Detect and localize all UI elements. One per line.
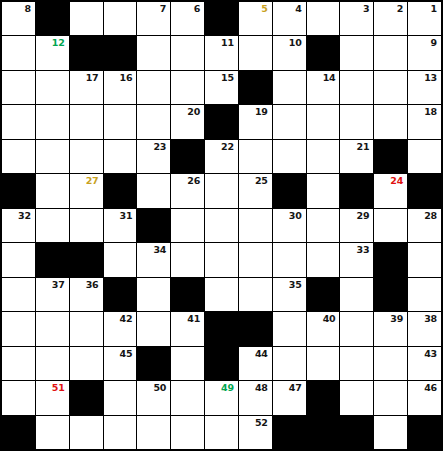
clue-number-43: 43	[424, 348, 437, 359]
block-cell-r8c2	[36, 243, 69, 276]
cell-r11c9[interactable]	[273, 347, 306, 380]
cell-r4c4[interactable]	[104, 105, 137, 138]
cell-r11c10[interactable]	[307, 347, 340, 380]
cell-r10c10[interactable]: 40	[307, 312, 340, 345]
block-cell-r10c8	[239, 312, 272, 345]
block-cell-r2c4	[104, 36, 137, 69]
cell-r8c6[interactable]	[171, 243, 204, 276]
clue-number-47: 47	[289, 382, 302, 393]
cell-r6c7[interactable]	[205, 174, 238, 207]
cell-r7c8[interactable]	[239, 209, 272, 242]
cell-r13c8[interactable]: 52	[239, 416, 272, 449]
cell-r6c2[interactable]	[36, 174, 69, 207]
cell-r7c11[interactable]: 29	[340, 209, 373, 242]
cell-r4c6[interactable]: 20	[171, 105, 204, 138]
cell-r4c12[interactable]	[374, 105, 407, 138]
cell-r13c4[interactable]	[104, 416, 137, 449]
cell-r3c13[interactable]: 13	[408, 71, 441, 104]
cell-r1c12[interactable]: 2	[374, 2, 407, 35]
cell-r10c5[interactable]	[137, 312, 170, 345]
cell-r10c13[interactable]: 38	[408, 312, 441, 345]
clue-number-1: 1	[431, 3, 437, 14]
cell-r5c7[interactable]: 22	[205, 140, 238, 173]
block-cell-r7c5	[137, 209, 170, 242]
block-cell-r1c7	[205, 2, 238, 35]
cell-r5c3[interactable]	[70, 140, 103, 173]
cell-r5c5[interactable]: 23	[137, 140, 170, 173]
clue-number-44: 44	[255, 348, 268, 359]
block-cell-r6c1	[2, 174, 35, 207]
cell-r10c2[interactable]	[36, 312, 69, 345]
clue-number-13: 13	[424, 72, 437, 83]
cell-r9c11[interactable]	[340, 278, 373, 311]
cell-r1c13[interactable]: 1	[408, 2, 441, 35]
cell-r6c8[interactable]: 25	[239, 174, 272, 207]
cell-r12c11[interactable]	[340, 381, 373, 414]
clue-number-37: 37	[52, 279, 65, 290]
clue-number-18: 18	[424, 106, 437, 117]
cell-r4c13[interactable]: 18	[408, 105, 441, 138]
cell-r7c1[interactable]: 32	[2, 209, 35, 242]
cell-r12c5[interactable]: 50	[137, 381, 170, 414]
block-cell-r3c8	[239, 71, 272, 104]
cell-r11c11[interactable]	[340, 347, 373, 380]
cell-r1c8[interactable]: 5	[239, 2, 272, 35]
cell-r8c8[interactable]	[239, 243, 272, 276]
cell-r13c3[interactable]	[70, 416, 103, 449]
cell-r4c8[interactable]: 19	[239, 105, 272, 138]
cell-r2c12[interactable]	[374, 36, 407, 69]
cell-r3c12[interactable]	[374, 71, 407, 104]
cell-r9c13[interactable]	[408, 278, 441, 311]
clue-number-12: 12	[52, 37, 65, 48]
cell-r1c1[interactable]: 8	[2, 2, 35, 35]
clue-number-52: 52	[255, 417, 268, 428]
block-cell-r12c10	[307, 381, 340, 414]
clue-number-24: 24	[390, 175, 403, 186]
clue-number-45: 45	[120, 348, 133, 359]
clue-number-2: 2	[397, 3, 403, 14]
block-cell-r6c11	[340, 174, 373, 207]
crossword-grid: 8765432112111091716151413201918232221272…	[0, 0, 443, 451]
cell-r11c1[interactable]	[2, 347, 35, 380]
cell-r9c2[interactable]: 37	[36, 278, 69, 311]
cell-r2c5[interactable]	[137, 36, 170, 69]
cell-r11c12[interactable]	[374, 347, 407, 380]
clue-number-27: 27	[86, 175, 99, 186]
block-cell-r4c7	[205, 105, 238, 138]
cell-r5c9[interactable]	[273, 140, 306, 173]
cell-r11c13[interactable]: 43	[408, 347, 441, 380]
cell-r2c6[interactable]	[171, 36, 204, 69]
cell-r7c2[interactable]	[36, 209, 69, 242]
cell-r7c13[interactable]: 28	[408, 209, 441, 242]
cell-r12c13[interactable]: 46	[408, 381, 441, 414]
block-cell-r13c1	[2, 416, 35, 449]
clue-number-25: 25	[255, 175, 268, 186]
clue-number-38: 38	[424, 313, 437, 324]
cell-r3c2[interactable]	[36, 71, 69, 104]
block-cell-r6c13	[408, 174, 441, 207]
clue-number-41: 41	[187, 313, 200, 324]
cell-r1c4[interactable]	[104, 2, 137, 35]
block-cell-r8c3	[70, 243, 103, 276]
clue-number-28: 28	[424, 210, 437, 221]
clue-number-20: 20	[187, 106, 200, 117]
cell-r2c9[interactable]: 10	[273, 36, 306, 69]
cell-r7c10[interactable]	[307, 209, 340, 242]
cell-r4c1[interactable]	[2, 105, 35, 138]
cell-r8c11[interactable]: 33	[340, 243, 373, 276]
block-cell-r13c9	[273, 416, 306, 449]
block-cell-r1c2	[36, 2, 69, 35]
cell-r4c9[interactable]	[273, 105, 306, 138]
clue-number-22: 22	[221, 141, 234, 152]
clue-number-5: 5	[261, 3, 267, 14]
clue-number-46: 46	[424, 382, 437, 393]
cell-r11c2[interactable]	[36, 347, 69, 380]
cell-r11c4[interactable]: 45	[104, 347, 137, 380]
cell-r5c1[interactable]	[2, 140, 35, 173]
cell-r5c8[interactable]	[239, 140, 272, 173]
cell-r1c11[interactable]: 3	[340, 2, 373, 35]
clue-number-34: 34	[153, 244, 166, 255]
cell-r3c1[interactable]	[2, 71, 35, 104]
cell-r8c1[interactable]	[2, 243, 35, 276]
cell-r4c5[interactable]	[137, 105, 170, 138]
clue-number-29: 29	[356, 210, 369, 221]
block-cell-r9c4	[104, 278, 137, 311]
cell-r1c6[interactable]: 6	[171, 2, 204, 35]
clue-number-15: 15	[221, 72, 234, 83]
cell-r3c3[interactable]: 17	[70, 71, 103, 104]
block-cell-r8c12	[374, 243, 407, 276]
clue-number-17: 17	[86, 72, 99, 83]
cell-r2c11[interactable]	[340, 36, 373, 69]
cell-r10c4[interactable]: 42	[104, 312, 137, 345]
cell-r8c4[interactable]	[104, 243, 137, 276]
cell-r2c13[interactable]: 9	[408, 36, 441, 69]
clue-number-33: 33	[356, 244, 369, 255]
cell-r12c6[interactable]	[171, 381, 204, 414]
clue-number-7: 7	[160, 3, 166, 14]
clue-number-39: 39	[390, 313, 403, 324]
cell-r10c1[interactable]	[2, 312, 35, 345]
cell-r8c7[interactable]	[205, 243, 238, 276]
cell-r7c6[interactable]	[171, 209, 204, 242]
block-cell-r5c12	[374, 140, 407, 173]
clue-number-9: 9	[431, 37, 437, 48]
cell-r1c9[interactable]: 4	[273, 2, 306, 35]
block-cell-r10c7	[205, 312, 238, 345]
block-cell-r2c10	[307, 36, 340, 69]
cell-r4c10[interactable]	[307, 105, 340, 138]
cell-r8c9[interactable]	[273, 243, 306, 276]
cell-r12c4[interactable]	[104, 381, 137, 414]
cell-r6c3[interactable]: 27	[70, 174, 103, 207]
cell-r9c1[interactable]	[2, 278, 35, 311]
cell-r8c5[interactable]: 34	[137, 243, 170, 276]
cell-r7c4[interactable]: 31	[104, 209, 137, 242]
cell-r1c10[interactable]	[307, 2, 340, 35]
cell-r7c7[interactable]	[205, 209, 238, 242]
cell-r3c5[interactable]	[137, 71, 170, 104]
clue-number-3: 3	[363, 3, 369, 14]
cell-r10c9[interactable]	[273, 312, 306, 345]
clue-number-11: 11	[221, 37, 234, 48]
clue-number-40: 40	[323, 313, 336, 324]
cell-r10c11[interactable]	[340, 312, 373, 345]
cell-r9c8[interactable]	[239, 278, 272, 311]
cell-r2c2[interactable]: 12	[36, 36, 69, 69]
cell-r5c2[interactable]	[36, 140, 69, 173]
cell-r12c12[interactable]	[374, 381, 407, 414]
cell-r3c6[interactable]	[171, 71, 204, 104]
cell-r3c7[interactable]: 15	[205, 71, 238, 104]
block-cell-r13c13	[408, 416, 441, 449]
block-cell-r13c11	[340, 416, 373, 449]
cell-r5c10[interactable]	[307, 140, 340, 173]
cell-r6c10[interactable]	[307, 174, 340, 207]
cell-r2c7[interactable]: 11	[205, 36, 238, 69]
clue-number-10: 10	[289, 37, 302, 48]
cell-r8c10[interactable]	[307, 243, 340, 276]
cell-r11c3[interactable]	[70, 347, 103, 380]
cell-r10c3[interactable]	[70, 312, 103, 345]
clue-number-31: 31	[120, 210, 133, 221]
block-cell-r6c4	[104, 174, 137, 207]
block-cell-r9c6	[171, 278, 204, 311]
clue-number-6: 6	[194, 3, 200, 14]
clue-number-42: 42	[120, 313, 133, 324]
clue-number-21: 21	[356, 141, 369, 152]
cell-r6c12[interactable]: 24	[374, 174, 407, 207]
cell-r12c7[interactable]: 49	[205, 381, 238, 414]
cell-r2c1[interactable]	[2, 36, 35, 69]
cell-r1c3[interactable]	[70, 2, 103, 35]
cell-r9c9[interactable]: 35	[273, 278, 306, 311]
cell-r5c11[interactable]: 21	[340, 140, 373, 173]
clue-number-51: 51	[52, 382, 65, 393]
cell-r13c6[interactable]	[171, 416, 204, 449]
clue-number-48: 48	[255, 382, 268, 393]
cell-r8c13[interactable]	[408, 243, 441, 276]
cell-r9c3[interactable]: 36	[70, 278, 103, 311]
clue-number-32: 32	[18, 210, 31, 221]
clue-number-4: 4	[295, 3, 301, 14]
block-cell-r9c12	[374, 278, 407, 311]
cell-r10c6[interactable]: 41	[171, 312, 204, 345]
cell-r13c5[interactable]	[137, 416, 170, 449]
cell-r4c3[interactable]	[70, 105, 103, 138]
cell-r4c2[interactable]	[36, 105, 69, 138]
cell-r13c12[interactable]	[374, 416, 407, 449]
cell-r7c3[interactable]	[70, 209, 103, 242]
cell-r5c13[interactable]	[408, 140, 441, 173]
block-cell-r2c3	[70, 36, 103, 69]
clue-number-35: 35	[289, 279, 302, 290]
cell-r3c9[interactable]	[273, 71, 306, 104]
block-cell-r11c5	[137, 347, 170, 380]
cell-r3c4[interactable]: 16	[104, 71, 137, 104]
block-cell-r6c9	[273, 174, 306, 207]
clue-number-8: 8	[24, 3, 30, 14]
cell-r3c10[interactable]: 14	[307, 71, 340, 104]
cell-r11c8[interactable]: 44	[239, 347, 272, 380]
cell-r11c6[interactable]	[171, 347, 204, 380]
cell-r13c2[interactable]	[36, 416, 69, 449]
cell-r9c5[interactable]	[137, 278, 170, 311]
clue-number-16: 16	[120, 72, 133, 83]
clue-number-49: 49	[221, 382, 234, 393]
block-cell-r12c3	[70, 381, 103, 414]
clue-number-14: 14	[323, 72, 336, 83]
clue-number-36: 36	[86, 279, 99, 290]
cell-r12c9[interactable]: 47	[273, 381, 306, 414]
cell-r9c7[interactable]	[205, 278, 238, 311]
block-cell-r13c10	[307, 416, 340, 449]
cell-r7c12[interactable]	[374, 209, 407, 242]
cell-r12c2[interactable]: 51	[36, 381, 69, 414]
cell-r4c11[interactable]	[340, 105, 373, 138]
cell-r3c11[interactable]	[340, 71, 373, 104]
clue-number-30: 30	[289, 210, 302, 221]
cell-r2c8[interactable]	[239, 36, 272, 69]
cell-r12c1[interactable]	[2, 381, 35, 414]
block-cell-r11c7	[205, 347, 238, 380]
clue-number-19: 19	[255, 106, 268, 117]
clue-number-26: 26	[187, 175, 200, 186]
cell-r1c5[interactable]: 7	[137, 2, 170, 35]
cell-r13c7[interactable]	[205, 416, 238, 449]
clue-number-23: 23	[153, 141, 166, 152]
block-cell-r5c6	[171, 140, 204, 173]
cell-r7c9[interactable]: 30	[273, 209, 306, 242]
cell-r6c6[interactable]: 26	[171, 174, 204, 207]
block-cell-r9c10	[307, 278, 340, 311]
cell-r5c4[interactable]	[104, 140, 137, 173]
cell-r10c12[interactable]: 39	[374, 312, 407, 345]
cell-r12c8[interactable]: 48	[239, 381, 272, 414]
cell-r6c5[interactable]	[137, 174, 170, 207]
clue-number-50: 50	[153, 382, 166, 393]
